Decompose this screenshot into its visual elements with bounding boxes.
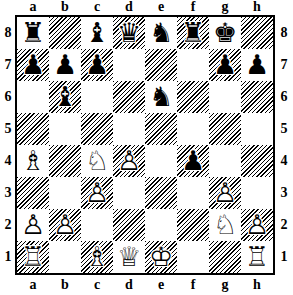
file-labels-top: abcdefgh bbox=[17, 0, 273, 14]
piece-white-pawn[interactable]: ♙ bbox=[241, 209, 273, 241]
square-d1[interactable]: ♛♕ bbox=[113, 241, 145, 273]
file-label-b: b bbox=[49, 0, 81, 14]
piece-white-pawn[interactable]: ♙ bbox=[81, 177, 113, 209]
file-label-f: f bbox=[177, 278, 209, 292]
square-f5[interactable] bbox=[177, 113, 209, 145]
square-a4[interactable]: ♝♗ bbox=[17, 145, 49, 177]
square-e8[interactable]: ♞ bbox=[145, 17, 177, 49]
square-d7[interactable] bbox=[113, 49, 145, 81]
square-g6[interactable] bbox=[209, 81, 241, 113]
rank-label-3: 3 bbox=[1, 177, 15, 209]
square-h6[interactable] bbox=[241, 81, 273, 113]
square-d6[interactable] bbox=[113, 81, 145, 113]
square-h2[interactable]: ♟♙ bbox=[241, 209, 273, 241]
file-label-h: h bbox=[241, 278, 273, 292]
square-c3[interactable]: ♟♙ bbox=[81, 177, 113, 209]
square-f7[interactable] bbox=[177, 49, 209, 81]
square-h7[interactable]: ♟ bbox=[241, 49, 273, 81]
piece-black-knight[interactable]: ♞ bbox=[145, 17, 177, 49]
square-b6[interactable]: ♝ bbox=[49, 81, 81, 113]
square-g8[interactable]: ♚ bbox=[209, 17, 241, 49]
square-e6[interactable]: ♞ bbox=[145, 81, 177, 113]
rank-label-1: 1 bbox=[1, 241, 15, 273]
piece-black-king[interactable]: ♚ bbox=[209, 17, 241, 49]
square-a2[interactable]: ♟♙ bbox=[17, 209, 49, 241]
square-c8[interactable]: ♝ bbox=[81, 17, 113, 49]
square-g7[interactable]: ♟ bbox=[209, 49, 241, 81]
rank-label-7: 7 bbox=[277, 49, 291, 81]
square-c2[interactable] bbox=[81, 209, 113, 241]
square-h3[interactable] bbox=[241, 177, 273, 209]
square-b2[interactable]: ♟♙ bbox=[49, 209, 81, 241]
piece-black-pawn[interactable]: ♟ bbox=[17, 49, 49, 81]
rank-label-8: 8 bbox=[1, 17, 15, 49]
piece-black-pawn[interactable]: ♟ bbox=[49, 49, 81, 81]
piece-black-knight[interactable]: ♞ bbox=[145, 81, 177, 113]
square-f3[interactable] bbox=[177, 177, 209, 209]
piece-black-pawn[interactable]: ♟ bbox=[209, 49, 241, 81]
rank-label-2: 2 bbox=[1, 209, 15, 241]
square-a5[interactable] bbox=[17, 113, 49, 145]
piece-white-pawn[interactable]: ♙ bbox=[209, 177, 241, 209]
piece-white-pawn[interactable]: ♙ bbox=[113, 145, 145, 177]
square-a7[interactable]: ♟ bbox=[17, 49, 49, 81]
square-c7[interactable]: ♟ bbox=[81, 49, 113, 81]
rank-label-8: 8 bbox=[277, 17, 291, 49]
rank-label-4: 4 bbox=[277, 145, 291, 177]
square-g4[interactable] bbox=[209, 145, 241, 177]
rank-label-7: 7 bbox=[1, 49, 15, 81]
square-b7[interactable]: ♟ bbox=[49, 49, 81, 81]
piece-black-rook[interactable]: ♜ bbox=[17, 17, 49, 49]
rank-label-5: 5 bbox=[1, 113, 15, 145]
square-e1[interactable]: ♚♔ bbox=[145, 241, 177, 273]
piece-white-bishop[interactable]: ♗ bbox=[17, 145, 49, 177]
file-label-g: g bbox=[209, 0, 241, 14]
square-b4[interactable] bbox=[49, 145, 81, 177]
rank-labels-left: 87654321 bbox=[1, 17, 15, 273]
piece-white-pawn[interactable]: ♙ bbox=[49, 209, 81, 241]
square-h4[interactable] bbox=[241, 145, 273, 177]
square-f4[interactable]: ♟ bbox=[177, 145, 209, 177]
rank-labels-right: 87654321 bbox=[277, 17, 291, 273]
piece-white-rook[interactable]: ♖ bbox=[17, 241, 49, 273]
file-label-d: d bbox=[113, 0, 145, 14]
rank-label-5: 5 bbox=[277, 113, 291, 145]
square-d4[interactable]: ♟♙ bbox=[113, 145, 145, 177]
file-label-f: f bbox=[177, 0, 209, 14]
piece-white-knight[interactable]: ♘ bbox=[209, 209, 241, 241]
square-c4[interactable]: ♞♘ bbox=[81, 145, 113, 177]
file-label-h: h bbox=[241, 0, 273, 14]
square-c5[interactable] bbox=[81, 113, 113, 145]
square-g3[interactable]: ♟♙ bbox=[209, 177, 241, 209]
square-a6[interactable] bbox=[17, 81, 49, 113]
square-e4[interactable] bbox=[145, 145, 177, 177]
file-label-a: a bbox=[17, 0, 49, 14]
rank-label-2: 2 bbox=[277, 209, 291, 241]
square-d2[interactable] bbox=[113, 209, 145, 241]
square-d8[interactable]: ♛ bbox=[113, 17, 145, 49]
rank-label-6: 6 bbox=[1, 81, 15, 113]
piece-white-queen[interactable]: ♕ bbox=[113, 241, 145, 273]
file-label-a: a bbox=[17, 278, 49, 292]
square-d5[interactable] bbox=[113, 113, 145, 145]
piece-white-pawn[interactable]: ♙ bbox=[17, 209, 49, 241]
file-labels-bottom: abcdefgh bbox=[17, 278, 273, 292]
square-f6[interactable] bbox=[177, 81, 209, 113]
rank-label-3: 3 bbox=[277, 177, 291, 209]
square-b1[interactable] bbox=[49, 241, 81, 273]
square-h8[interactable] bbox=[241, 17, 273, 49]
piece-black-bishop[interactable]: ♝ bbox=[81, 17, 113, 49]
piece-white-knight[interactable]: ♘ bbox=[81, 145, 113, 177]
file-label-c: c bbox=[81, 278, 113, 292]
square-b3[interactable] bbox=[49, 177, 81, 209]
square-a8[interactable]: ♜ bbox=[17, 17, 49, 49]
square-h1[interactable]: ♜♖ bbox=[241, 241, 273, 273]
piece-black-rook[interactable]: ♜ bbox=[177, 17, 209, 49]
square-b5[interactable] bbox=[49, 113, 81, 145]
chess-diagram: abcdefgh 87654321 ♜♝♛♞♜♚♟♟♟♟♟♝♞♝♗♞♘♟♙♟♟♙… bbox=[0, 0, 293, 295]
square-e5[interactable] bbox=[145, 113, 177, 145]
file-label-g: g bbox=[209, 278, 241, 292]
file-label-e: e bbox=[145, 278, 177, 292]
square-d3[interactable] bbox=[113, 177, 145, 209]
square-e3[interactable] bbox=[145, 177, 177, 209]
piece-white-rook[interactable]: ♖ bbox=[241, 241, 273, 273]
square-a1[interactable]: ♜♖ bbox=[17, 241, 49, 273]
square-f8[interactable]: ♜ bbox=[177, 17, 209, 49]
square-e7[interactable] bbox=[145, 49, 177, 81]
file-label-b: b bbox=[49, 278, 81, 292]
square-c1[interactable]: ♝♗ bbox=[81, 241, 113, 273]
rank-label-4: 4 bbox=[1, 145, 15, 177]
rank-label-1: 1 bbox=[277, 241, 291, 273]
square-b8[interactable] bbox=[49, 17, 81, 49]
square-c6[interactable] bbox=[81, 81, 113, 113]
piece-black-pawn[interactable]: ♟ bbox=[241, 49, 273, 81]
rank-label-6: 6 bbox=[277, 81, 291, 113]
square-h5[interactable] bbox=[241, 113, 273, 145]
square-g5[interactable] bbox=[209, 113, 241, 145]
piece-black-pawn[interactable]: ♟ bbox=[177, 145, 209, 177]
file-label-d: d bbox=[113, 278, 145, 292]
piece-black-bishop[interactable]: ♝ bbox=[49, 81, 81, 113]
file-label-c: c bbox=[81, 0, 113, 14]
square-f2[interactable] bbox=[177, 209, 209, 241]
board: ♜♝♛♞♜♚♟♟♟♟♟♝♞♝♗♞♘♟♙♟♟♙♟♙♟♙♟♙♞♘♟♙♜♖♝♗♛♕♚♔… bbox=[15, 15, 275, 275]
square-f1[interactable] bbox=[177, 241, 209, 273]
square-g1[interactable] bbox=[209, 241, 241, 273]
file-label-e: e bbox=[145, 0, 177, 14]
piece-black-queen[interactable]: ♛ bbox=[113, 17, 145, 49]
square-e2[interactable] bbox=[145, 209, 177, 241]
square-a3[interactable] bbox=[17, 177, 49, 209]
piece-white-king[interactable]: ♔ bbox=[145, 241, 177, 273]
piece-black-pawn[interactable]: ♟ bbox=[81, 49, 113, 81]
piece-white-bishop[interactable]: ♗ bbox=[81, 241, 113, 273]
square-g2[interactable]: ♞♘ bbox=[209, 209, 241, 241]
